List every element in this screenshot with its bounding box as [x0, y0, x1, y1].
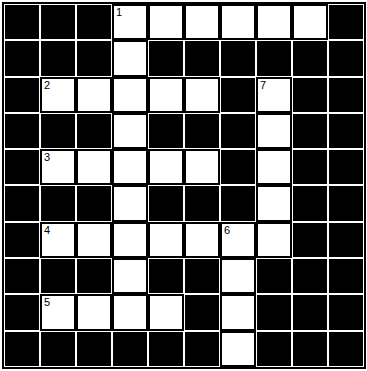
black-cell-r2c1: [4, 40, 40, 76]
black-cell-r3c1: [4, 77, 40, 113]
black-cell-r8c9: [292, 258, 328, 294]
black-cell-r5c9: [292, 149, 328, 185]
white-cell-r7c3[interactable]: [76, 222, 112, 258]
black-cell-r2c6: [184, 40, 220, 76]
white-cell-r4c4[interactable]: [112, 113, 148, 149]
black-cell-r6c9: [292, 185, 328, 221]
clue-number-1: 1: [116, 6, 122, 18]
white-cell-r3c6[interactable]: [184, 77, 220, 113]
black-cell-r8c5: [148, 258, 184, 294]
black-cell-r6c6: [184, 185, 220, 221]
black-cell-r1c3: [76, 4, 112, 40]
black-cell-r4c9: [292, 113, 328, 149]
black-cell-r6c2: [40, 185, 76, 221]
white-cell-r3c5[interactable]: [148, 77, 184, 113]
black-cell-r2c8: [256, 40, 292, 76]
black-cell-r6c3: [76, 185, 112, 221]
white-cell-r7c2[interactable]: 4: [40, 222, 76, 258]
clue-number-3: 3: [44, 151, 50, 163]
white-cell-r3c2[interactable]: 2: [40, 77, 76, 113]
clue-number-4: 4: [44, 224, 50, 236]
black-cell-r6c5: [148, 185, 184, 221]
black-cell-r5c7: [220, 149, 256, 185]
black-cell-r4c7: [220, 113, 256, 149]
black-cell-r6c10: [328, 185, 364, 221]
white-cell-r8c7[interactable]: [220, 258, 256, 294]
black-cell-r8c3: [76, 258, 112, 294]
white-cell-r4c8[interactable]: [256, 113, 292, 149]
white-cell-r1c6[interactable]: [184, 4, 220, 40]
black-cell-r8c8: [256, 258, 292, 294]
white-cell-r1c9[interactable]: [292, 4, 328, 40]
black-cell-r10c10: [328, 331, 364, 367]
black-cell-r4c10: [328, 113, 364, 149]
black-cell-r8c10: [328, 258, 364, 294]
black-cell-r2c3: [76, 40, 112, 76]
white-cell-r1c8[interactable]: [256, 4, 292, 40]
crossword-grid: 1273465: [2, 2, 366, 369]
white-cell-r1c7[interactable]: [220, 4, 256, 40]
black-cell-r2c9: [292, 40, 328, 76]
black-cell-r6c1: [4, 185, 40, 221]
black-cell-r9c8: [256, 294, 292, 330]
black-cell-r3c9: [292, 77, 328, 113]
white-cell-r5c4[interactable]: [112, 149, 148, 185]
black-cell-r3c10: [328, 77, 364, 113]
white-cell-r1c5[interactable]: [148, 4, 184, 40]
clue-number-6: 6: [224, 224, 230, 236]
clue-number-5: 5: [44, 296, 50, 308]
black-cell-r10c3: [76, 331, 112, 367]
black-cell-r7c9: [292, 222, 328, 258]
black-cell-r10c6: [184, 331, 220, 367]
clue-number-2: 2: [44, 79, 50, 91]
white-cell-r5c8[interactable]: [256, 149, 292, 185]
black-cell-r6c7: [220, 185, 256, 221]
black-cell-r8c1: [4, 258, 40, 294]
black-cell-r5c10: [328, 149, 364, 185]
white-cell-r10c7[interactable]: [220, 331, 256, 367]
black-cell-r9c10: [328, 294, 364, 330]
white-cell-r8c4[interactable]: [112, 258, 148, 294]
black-cell-r8c6: [184, 258, 220, 294]
black-cell-r10c8: [256, 331, 292, 367]
white-cell-r5c2[interactable]: 3: [40, 149, 76, 185]
white-cell-r7c4[interactable]: [112, 222, 148, 258]
black-cell-r4c5: [148, 113, 184, 149]
black-cell-r1c2: [40, 4, 76, 40]
clue-number-7: 7: [260, 79, 266, 91]
black-cell-r8c2: [40, 258, 76, 294]
white-cell-r9c7[interactable]: [220, 294, 256, 330]
white-cell-r1c4[interactable]: 1: [112, 4, 148, 40]
black-cell-r10c1: [4, 331, 40, 367]
black-cell-r2c5: [148, 40, 184, 76]
crossword-page: 1273465: [0, 0, 367, 371]
black-cell-r2c7: [220, 40, 256, 76]
white-cell-r9c2[interactable]: 5: [40, 294, 76, 330]
white-cell-r2c4[interactable]: [112, 40, 148, 76]
white-cell-r3c8[interactable]: 7: [256, 77, 292, 113]
black-cell-r2c2: [40, 40, 76, 76]
white-cell-r6c4[interactable]: [112, 185, 148, 221]
white-cell-r6c8[interactable]: [256, 185, 292, 221]
white-cell-r5c5[interactable]: [148, 149, 184, 185]
black-cell-r4c1: [4, 113, 40, 149]
black-cell-r2c10: [328, 40, 364, 76]
white-cell-r3c3[interactable]: [76, 77, 112, 113]
white-cell-r7c8[interactable]: [256, 222, 292, 258]
white-cell-r7c5[interactable]: [148, 222, 184, 258]
black-cell-r10c9: [292, 331, 328, 367]
black-cell-r9c1: [4, 294, 40, 330]
black-cell-r9c9: [292, 294, 328, 330]
black-cell-r4c6: [184, 113, 220, 149]
black-cell-r7c1: [4, 222, 40, 258]
white-cell-r5c6[interactable]: [184, 149, 220, 185]
white-cell-r5c3[interactable]: [76, 149, 112, 185]
black-cell-r1c1: [4, 4, 40, 40]
white-cell-r9c5[interactable]: [148, 294, 184, 330]
black-cell-r10c5: [148, 331, 184, 367]
white-cell-r3c4[interactable]: [112, 77, 148, 113]
black-cell-r4c2: [40, 113, 76, 149]
black-cell-r10c2: [40, 331, 76, 367]
black-cell-r3c7: [220, 77, 256, 113]
white-cell-r9c3[interactable]: [76, 294, 112, 330]
white-cell-r7c7[interactable]: 6: [220, 222, 256, 258]
black-cell-r7c10: [328, 222, 364, 258]
black-cell-r4c3: [76, 113, 112, 149]
white-cell-r7c6[interactable]: [184, 222, 220, 258]
black-cell-r10c4: [112, 331, 148, 367]
white-cell-r9c4[interactable]: [112, 294, 148, 330]
black-cell-r1c10: [328, 4, 364, 40]
black-cell-r9c6: [184, 294, 220, 330]
black-cell-r5c1: [4, 149, 40, 185]
